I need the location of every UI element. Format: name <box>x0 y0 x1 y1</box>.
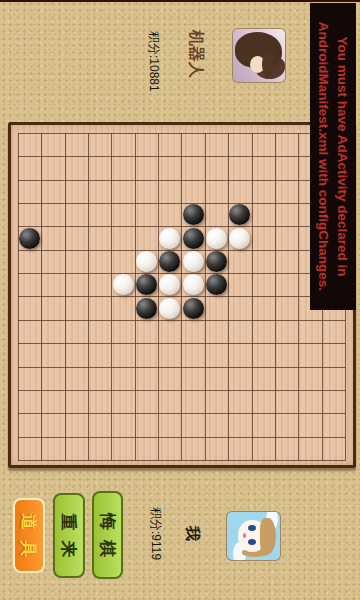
restart-button-label: 重来 <box>58 514 81 568</box>
restart-button[interactable]: 重来 <box>53 493 85 578</box>
ad-banner-line1: You must have AdActivity declared in <box>333 36 352 276</box>
avatar-mouth <box>243 533 246 538</box>
avatar-bangs <box>262 53 273 76</box>
items-button[interactable]: 道具 <box>13 498 45 573</box>
player-score: 积分:9119 <box>149 507 162 564</box>
avatar-eye <box>248 525 256 531</box>
player-name: 我 <box>185 526 202 544</box>
opponent-name: 机器人 <box>186 30 207 76</box>
opponent-avatar <box>233 29 285 82</box>
avatar-eye <box>248 539 256 545</box>
items-button-label: 道具 <box>18 514 41 568</box>
avatar-hair <box>260 518 276 554</box>
ad-banner-line2: AndroidManifest.xml with configChanges. <box>314 22 333 291</box>
gomoku-board-grid[interactable] <box>18 133 346 461</box>
player-avatar <box>227 512 280 560</box>
undo-move-button-label: 悔棋 <box>96 513 119 567</box>
ad-error-banner[interactable]: You must have AdActivity declared in And… <box>310 3 356 310</box>
top-edge-strip <box>0 0 360 2</box>
undo-move-button[interactable]: 悔棋 <box>92 491 123 579</box>
game-screen: You must have AdActivity declared in And… <box>0 0 360 600</box>
opponent-score: 积分:10881 <box>147 31 161 93</box>
